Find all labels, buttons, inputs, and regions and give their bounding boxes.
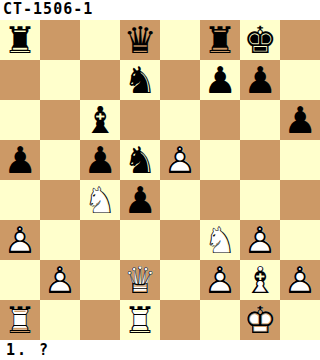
black-king: ♚ <box>240 20 280 60</box>
white-pawn: ♟♙ <box>200 260 240 300</box>
black-rook: ♜ <box>200 20 240 60</box>
square-e4[interactable] <box>160 180 200 220</box>
square-f7[interactable]: ♟ <box>200 60 240 100</box>
white-bishop: ♝♗ <box>240 260 280 300</box>
square-d7[interactable]: ♞ <box>120 60 160 100</box>
white-knight-outline: ♘ <box>200 220 240 260</box>
square-e8[interactable] <box>160 20 200 60</box>
square-f6[interactable] <box>200 100 240 140</box>
square-g2[interactable]: ♝♗ <box>240 260 280 300</box>
square-c2[interactable] <box>80 260 120 300</box>
white-knight-outline: ♘ <box>80 180 120 220</box>
square-g6[interactable] <box>240 100 280 140</box>
chess-diagram: CT-1506-1 ♜♛♜♚♞♟♟♝♟♟♟♞♟♙♞♘♟♟♙♞♘♟♙♟♙♛♕♟♙♝… <box>0 0 320 360</box>
square-d1[interactable]: ♜♖ <box>120 300 160 340</box>
square-h2[interactable]: ♟♙ <box>280 260 320 300</box>
white-pawn-outline: ♙ <box>200 260 240 300</box>
white-pawn-outline: ♙ <box>240 220 280 260</box>
black-pawn: ♟ <box>80 140 120 180</box>
white-pawn: ♟♙ <box>160 140 200 180</box>
square-c3[interactable] <box>80 220 120 260</box>
black-bishop: ♝ <box>80 100 120 140</box>
square-c5[interactable]: ♟ <box>80 140 120 180</box>
square-f4[interactable] <box>200 180 240 220</box>
black-pawn: ♟ <box>240 60 280 100</box>
square-b1[interactable] <box>40 300 80 340</box>
square-d5[interactable]: ♞ <box>120 140 160 180</box>
white-rook: ♜♖ <box>120 300 160 340</box>
white-knight: ♞♘ <box>200 220 240 260</box>
square-h8[interactable] <box>280 20 320 60</box>
square-f2[interactable]: ♟♙ <box>200 260 240 300</box>
square-f3[interactable]: ♞♘ <box>200 220 240 260</box>
white-pawn-outline: ♙ <box>0 220 40 260</box>
square-c6[interactable]: ♝ <box>80 100 120 140</box>
square-h6[interactable]: ♟ <box>280 100 320 140</box>
white-pawn-outline: ♙ <box>280 260 320 300</box>
square-d4[interactable]: ♟ <box>120 180 160 220</box>
move-prompt: 1. ? <box>0 340 320 360</box>
square-e6[interactable] <box>160 100 200 140</box>
white-pawn: ♟♙ <box>0 220 40 260</box>
square-a6[interactable] <box>0 100 40 140</box>
square-d3[interactable] <box>120 220 160 260</box>
white-rook-outline: ♖ <box>120 300 160 340</box>
black-pawn: ♟ <box>120 180 160 220</box>
black-pawn: ♟ <box>200 60 240 100</box>
black-queen: ♛ <box>120 20 160 60</box>
square-h4[interactable] <box>280 180 320 220</box>
square-g8[interactable]: ♚ <box>240 20 280 60</box>
white-pawn-outline: ♙ <box>160 140 200 180</box>
square-e7[interactable] <box>160 60 200 100</box>
chessboard: ♜♛♜♚♞♟♟♝♟♟♟♞♟♙♞♘♟♟♙♞♘♟♙♟♙♛♕♟♙♝♗♟♙♜♖♜♖♚♔ <box>0 20 320 340</box>
white-pawn-outline: ♙ <box>40 260 80 300</box>
square-b4[interactable] <box>40 180 80 220</box>
square-c8[interactable] <box>80 20 120 60</box>
square-c1[interactable] <box>80 300 120 340</box>
square-f5[interactable] <box>200 140 240 180</box>
white-pawn: ♟♙ <box>40 260 80 300</box>
white-pawn: ♟♙ <box>240 220 280 260</box>
square-a4[interactable] <box>0 180 40 220</box>
square-d8[interactable]: ♛ <box>120 20 160 60</box>
square-b7[interactable] <box>40 60 80 100</box>
black-pawn: ♟ <box>280 100 320 140</box>
square-g4[interactable] <box>240 180 280 220</box>
square-f8[interactable]: ♜ <box>200 20 240 60</box>
diagram-title: CT-1506-1 <box>0 0 320 20</box>
square-c7[interactable] <box>80 60 120 100</box>
square-b3[interactable] <box>40 220 80 260</box>
square-d6[interactable] <box>120 100 160 140</box>
square-b8[interactable] <box>40 20 80 60</box>
square-a1[interactable]: ♜♖ <box>0 300 40 340</box>
square-h3[interactable] <box>280 220 320 260</box>
white-queen: ♛♕ <box>120 260 160 300</box>
white-rook-outline: ♖ <box>0 300 40 340</box>
square-a8[interactable]: ♜ <box>0 20 40 60</box>
square-e1[interactable] <box>160 300 200 340</box>
square-a2[interactable] <box>0 260 40 300</box>
square-c4[interactable]: ♞♘ <box>80 180 120 220</box>
square-b5[interactable] <box>40 140 80 180</box>
square-a5[interactable]: ♟ <box>0 140 40 180</box>
white-king: ♚♔ <box>240 300 280 340</box>
black-knight: ♞ <box>120 140 160 180</box>
white-bishop-outline: ♗ <box>240 260 280 300</box>
white-knight: ♞♘ <box>80 180 120 220</box>
black-knight: ♞ <box>120 60 160 100</box>
square-a7[interactable] <box>0 60 40 100</box>
square-h5[interactable] <box>280 140 320 180</box>
white-pawn: ♟♙ <box>280 260 320 300</box>
square-g1[interactable]: ♚♔ <box>240 300 280 340</box>
square-g5[interactable] <box>240 140 280 180</box>
square-e2[interactable] <box>160 260 200 300</box>
square-h1[interactable] <box>280 300 320 340</box>
square-d2[interactable]: ♛♕ <box>120 260 160 300</box>
white-king-outline: ♔ <box>240 300 280 340</box>
black-pawn: ♟ <box>0 140 40 180</box>
square-e5[interactable]: ♟♙ <box>160 140 200 180</box>
black-rook: ♜ <box>0 20 40 60</box>
square-a3[interactable]: ♟♙ <box>0 220 40 260</box>
square-f1[interactable] <box>200 300 240 340</box>
square-h7[interactable] <box>280 60 320 100</box>
white-rook: ♜♖ <box>0 300 40 340</box>
square-g7[interactable]: ♟ <box>240 60 280 100</box>
square-g3[interactable]: ♟♙ <box>240 220 280 260</box>
white-queen-outline: ♕ <box>120 260 160 300</box>
square-b6[interactable] <box>40 100 80 140</box>
square-b2[interactable]: ♟♙ <box>40 260 80 300</box>
square-e3[interactable] <box>160 220 200 260</box>
